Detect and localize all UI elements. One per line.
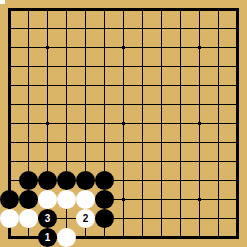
- stone-black: [95, 190, 114, 209]
- stones-layer: 321: [0, 0, 247, 247]
- move-number: 1: [45, 228, 51, 247]
- stone-black: [19, 171, 38, 190]
- stone-white: [57, 190, 76, 209]
- stone-black: [95, 209, 114, 228]
- corner-artifact: [0, 0, 5, 4]
- stone-black: [19, 190, 38, 209]
- move-number: 3: [45, 209, 51, 228]
- stone-black: 1: [38, 228, 57, 247]
- stone-white: [0, 209, 19, 228]
- stone-black: 3: [38, 209, 57, 228]
- stone-white: 2: [76, 209, 95, 228]
- go-board[interactable]: 321: [0, 0, 247, 247]
- go-diagram-screen: 321: [0, 0, 247, 247]
- stone-black: [38, 171, 57, 190]
- stone-white: [19, 209, 38, 228]
- stone-white: [57, 228, 76, 247]
- stone-black: [57, 171, 76, 190]
- stone-black: [76, 171, 95, 190]
- stone-white: [38, 190, 57, 209]
- move-number: 2: [83, 209, 89, 228]
- stone-white: [76, 190, 95, 209]
- stone-black: [0, 190, 19, 209]
- stone-black: [95, 171, 114, 190]
